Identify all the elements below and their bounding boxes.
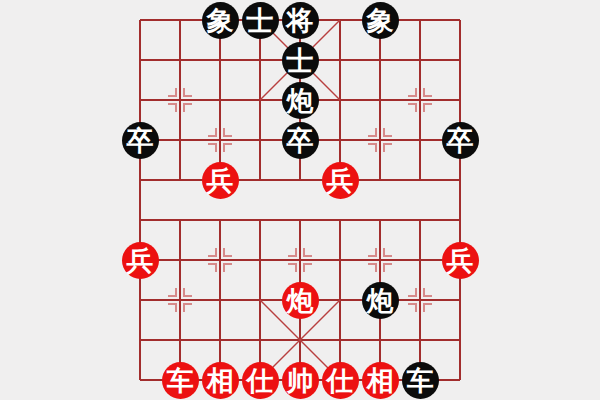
piece-black-general[interactable]: 将 bbox=[282, 2, 319, 39]
piece-black-cannon[interactable]: 炮 bbox=[362, 282, 399, 319]
piece-black-chariot[interactable]: 车 bbox=[402, 362, 439, 399]
xiangqi-board: 象士将象士炮卒卒卒兵兵兵兵炮炮车相仕帅仕相车 bbox=[0, 0, 600, 400]
piece-red-chariot[interactable]: 车 bbox=[162, 362, 199, 399]
piece-red-soldier[interactable]: 兵 bbox=[442, 242, 479, 279]
pieces-layer: 象士将象士炮卒卒卒兵兵兵兵炮炮车相仕帅仕相车 bbox=[140, 20, 460, 380]
piece-red-advisor[interactable]: 仕 bbox=[242, 362, 279, 399]
piece-black-elephant[interactable]: 象 bbox=[202, 2, 239, 39]
piece-red-elephant[interactable]: 相 bbox=[202, 362, 239, 399]
piece-red-soldier[interactable]: 兵 bbox=[322, 162, 359, 199]
piece-black-advisor[interactable]: 士 bbox=[282, 42, 319, 79]
piece-black-soldier[interactable]: 卒 bbox=[282, 122, 319, 159]
piece-black-advisor[interactable]: 士 bbox=[242, 2, 279, 39]
piece-red-cannon[interactable]: 炮 bbox=[282, 282, 319, 319]
piece-red-advisor[interactable]: 仕 bbox=[322, 362, 359, 399]
piece-red-soldier[interactable]: 兵 bbox=[202, 162, 239, 199]
piece-black-soldier[interactable]: 卒 bbox=[442, 122, 479, 159]
piece-red-soldier[interactable]: 兵 bbox=[122, 242, 159, 279]
piece-red-elephant[interactable]: 相 bbox=[362, 362, 399, 399]
piece-red-general[interactable]: 帅 bbox=[282, 362, 319, 399]
piece-black-cannon[interactable]: 炮 bbox=[282, 82, 319, 119]
piece-black-elephant[interactable]: 象 bbox=[362, 2, 399, 39]
piece-black-soldier[interactable]: 卒 bbox=[122, 122, 159, 159]
